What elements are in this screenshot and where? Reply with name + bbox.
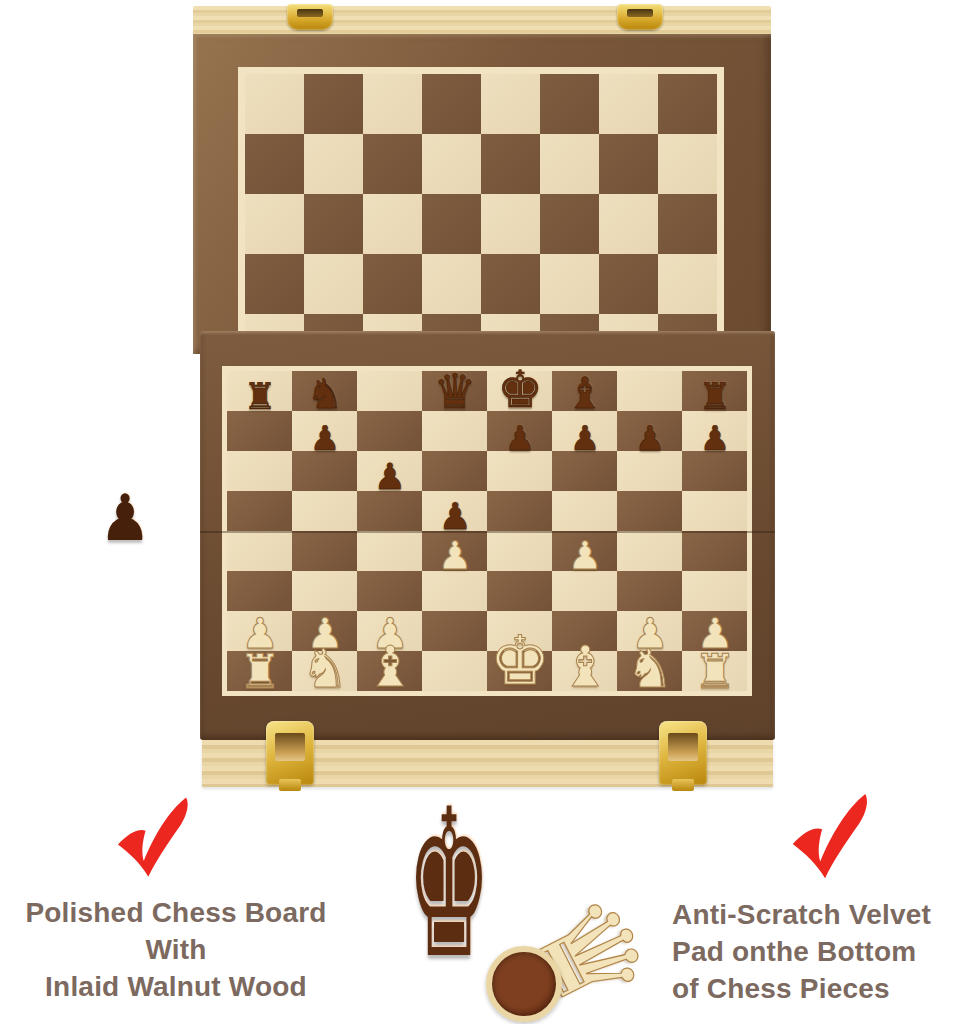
square-e4: [487, 531, 552, 571]
square-g7: [617, 411, 682, 451]
square-a5: [227, 491, 292, 531]
upright-square-r3c6: [599, 254, 658, 314]
square-d5: [422, 491, 487, 531]
caption-left-line3: Inlaid Walnut Wood: [0, 968, 352, 1005]
square-d6: [422, 451, 487, 491]
square-a6: [227, 451, 292, 491]
square-e7: [487, 411, 552, 451]
caption-right-line3: of Chess Pieces: [672, 970, 974, 1007]
square-f8: [552, 371, 617, 411]
upright-square-r0c7: [658, 74, 717, 134]
square-c1: [357, 651, 422, 691]
square-a4: [227, 531, 292, 571]
square-c5: [357, 491, 422, 531]
square-c3: [357, 571, 422, 611]
upright-square-r3c7: [658, 254, 717, 314]
square-h1: [682, 651, 747, 691]
square-a7: [227, 411, 292, 451]
upright-square-r1c0: [245, 134, 304, 194]
upright-square-r2c6: [599, 194, 658, 254]
caption-right-line1: Anti-Scratch Velvet: [672, 896, 974, 933]
square-g4: [617, 531, 682, 571]
square-f5: [552, 491, 617, 531]
checkmark-icon: [779, 789, 879, 887]
folding-seam: [200, 531, 775, 533]
square-a1: [227, 651, 292, 691]
square-d1: [422, 651, 487, 691]
caption-right: Anti-Scratch Velvet Pad onthe Bottom of …: [672, 896, 974, 1007]
upright-square-r2c3: [422, 194, 481, 254]
square-g1: [617, 651, 682, 691]
caption-left-line2: With: [0, 931, 352, 968]
square-b6: [292, 451, 357, 491]
square-c4: [357, 531, 422, 571]
square-g8: [617, 371, 682, 411]
square-g6: [617, 451, 682, 491]
display-dark-king: ♚: [396, 782, 502, 987]
square-e5: [487, 491, 552, 531]
square-d8: [422, 371, 487, 411]
upright-square-r0c6: [599, 74, 658, 134]
square-f3: [552, 571, 617, 611]
upright-square-r1c6: [599, 134, 658, 194]
square-e6: [487, 451, 552, 491]
square-b3: [292, 571, 357, 611]
square-b8: [292, 371, 357, 411]
square-e2: [487, 611, 552, 651]
product-photo-stage: ♜♞♛♚♝♜♟♟♟♟♟♟♟♟♟♟♟♟♟♟♜♞♝♚♝♞♜ ♟ ♚ ♛ Polish…: [0, 0, 980, 1024]
upright-square-r2c2: [363, 194, 422, 254]
upright-square-r1c4: [481, 134, 540, 194]
square-f2: [552, 611, 617, 651]
upright-square-r0c0: [245, 74, 304, 134]
upright-square-r0c5: [540, 74, 599, 134]
square-b1: [292, 651, 357, 691]
upright-square-r0c1: [304, 74, 363, 134]
upright-square-r2c0: [245, 194, 304, 254]
upright-square-r3c5: [540, 254, 599, 314]
square-d2: [422, 611, 487, 651]
upright-square-r2c4: [481, 194, 540, 254]
checkmark-icon: [106, 791, 198, 887]
upright-square-r0c3: [422, 74, 481, 134]
upright-square-r2c7: [658, 194, 717, 254]
caption-left-line1: Polished Chess Board: [0, 894, 352, 931]
square-d3: [422, 571, 487, 611]
upright-square-r3c0: [245, 254, 304, 314]
upright-square-r0c4: [481, 74, 540, 134]
pine-top-edge: [193, 6, 771, 34]
square-f1: [552, 651, 617, 691]
square-c7: [357, 411, 422, 451]
upright-square-r1c2: [363, 134, 422, 194]
square-d4: [422, 531, 487, 571]
square-a2: [227, 611, 292, 651]
square-h2: [682, 611, 747, 651]
walnut-border-upright: [193, 34, 771, 354]
square-a3: [227, 571, 292, 611]
square-h7: [682, 411, 747, 451]
square-c2: [357, 611, 422, 651]
folded-chess-board: [193, 6, 771, 354]
upright-square-r2c1: [304, 194, 363, 254]
upright-square-r3c4: [481, 254, 540, 314]
gold-hinge-right-icon: [617, 4, 663, 30]
upright-square-r1c7: [658, 134, 717, 194]
square-b7: [292, 411, 357, 451]
square-b2: [292, 611, 357, 651]
upright-square-r1c5: [540, 134, 599, 194]
square-f4: [552, 531, 617, 571]
square-e8: [487, 371, 552, 411]
square-e3: [487, 571, 552, 611]
square-g5: [617, 491, 682, 531]
square-h4: [682, 531, 747, 571]
square-b4: [292, 531, 357, 571]
square-c6: [357, 451, 422, 491]
caption-right-line2: Pad onthe Bottom: [672, 933, 974, 970]
square-d7: [422, 411, 487, 451]
square-f7: [552, 411, 617, 451]
square-e1: [487, 651, 552, 691]
square-h6: [682, 451, 747, 491]
gold-clasp-left-icon: [266, 721, 314, 785]
square-h3: [682, 571, 747, 611]
gold-hinge-left-icon: [287, 4, 333, 30]
upright-square-r3c1: [304, 254, 363, 314]
square-f6: [552, 451, 617, 491]
upright-square-r2c5: [540, 194, 599, 254]
upright-square-r1c1: [304, 134, 363, 194]
square-a8: [227, 371, 292, 411]
upright-square-r3c3: [422, 254, 481, 314]
square-c8: [357, 371, 422, 411]
upright-square-r0c2: [363, 74, 422, 134]
velvet-pad: [486, 946, 562, 1022]
open-chess-board: ♜♞♛♚♝♜♟♟♟♟♟♟♟♟♟♟♟♟♟♟♜♞♝♚♝♞♜: [200, 331, 775, 740]
square-b5: [292, 491, 357, 531]
upright-checkerboard: [245, 74, 717, 356]
captured-black-pawn: ♟: [93, 486, 158, 550]
upright-square-r3c2: [363, 254, 422, 314]
gold-clasp-right-icon: [659, 721, 707, 785]
square-g3: [617, 571, 682, 611]
caption-left: Polished Chess Board With Inlaid Walnut …: [0, 894, 352, 1005]
square-h8: [682, 371, 747, 411]
square-g2: [617, 611, 682, 651]
upright-square-r1c3: [422, 134, 481, 194]
square-h5: [682, 491, 747, 531]
